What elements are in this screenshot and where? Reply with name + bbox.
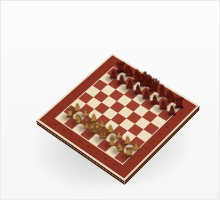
square-f5 <box>102 96 117 108</box>
square-g6 <box>101 84 116 95</box>
chess-set-photo: 12345678 hgfedcba ♜♞♝♛♚♝♞♜♟♟♟♟♟♟♟♟♟♟♟♟♟♟… <box>0 0 220 200</box>
scene: 12345678 hgfedcba ♜♞♝♛♚♝♞♜♟♟♟♟♟♟♟♟♟♟♟♟♟♟… <box>1 1 219 199</box>
scene-tilt: 12345678 hgfedcba ♜♞♝♛♚♝♞♜♟♟♟♟♟♟♟♟♟♟♟♟♟♟… <box>0 0 220 200</box>
piece-shadow <box>126 144 139 155</box>
square-f4 <box>94 102 109 114</box>
chess-board: 12345678 hgfedcba ♜♞♝♛♚♝♞♜♟♟♟♟♟♟♟♟♟♟♟♟♟♟… <box>36 53 199 180</box>
piece-shadow <box>117 139 130 149</box>
square-e6 <box>117 95 132 107</box>
square-e5 <box>110 101 125 113</box>
square-d6 <box>125 100 140 112</box>
square-h4 <box>78 92 93 104</box>
square-h5 <box>86 86 101 97</box>
board-surface: 12345678 hgfedcba ♜♞♝♛♚♝♞♜♟♟♟♟♟♟♟♟♟♟♟♟♟♟… <box>36 53 199 180</box>
piece-shadow <box>118 151 131 162</box>
piece-shadow <box>84 117 97 127</box>
square-g5 <box>94 91 109 103</box>
square-h6 <box>93 80 108 91</box>
piece-shadow <box>110 146 123 157</box>
square-f6 <box>109 90 124 102</box>
square-g4 <box>86 97 101 109</box>
piece-shadow <box>100 127 113 137</box>
